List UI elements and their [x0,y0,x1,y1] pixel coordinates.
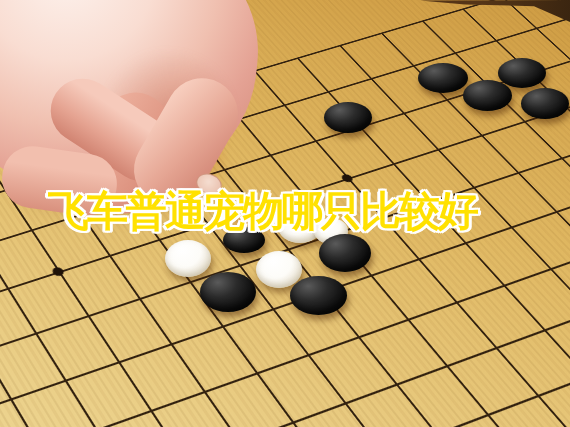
black-stone[interactable] [521,88,569,119]
black-stone[interactable] [498,58,546,88]
black-stone[interactable] [418,63,468,93]
white-stone[interactable] [256,251,302,288]
black-stone[interactable] [200,272,256,312]
black-stone[interactable] [290,276,347,315]
caption-text: 飞车普通宠物哪只比较好 [48,184,477,239]
white-stone[interactable] [165,240,211,277]
black-stone[interactable] [324,102,372,133]
go-photo-stage: 飞车普通宠物哪只比较好 [0,0,570,427]
black-stone[interactable] [463,80,512,111]
black-stone[interactable] [319,234,371,272]
table-edge [0,0,60,24]
